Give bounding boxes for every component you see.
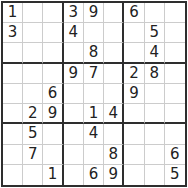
cell-r5c7[interactable]: 9 — [124, 84, 144, 104]
cell-r3c2[interactable] — [23, 43, 43, 63]
given-digit: 9 — [129, 86, 139, 101]
cell-r8c6[interactable]: 8 — [104, 145, 124, 165]
cell-r5c9[interactable] — [165, 84, 185, 104]
cell-r7c4[interactable] — [64, 124, 84, 144]
given-digit: 9 — [89, 5, 99, 20]
given-digit: 6 — [170, 147, 180, 162]
cell-r1c4[interactable]: 3 — [64, 3, 84, 23]
cell-r9c8[interactable] — [145, 165, 165, 185]
given-digit: 4 — [108, 106, 118, 121]
cell-r2c9[interactable] — [165, 23, 185, 43]
cell-r6c8[interactable] — [145, 104, 165, 124]
cell-r4c3[interactable] — [43, 64, 63, 84]
cell-r4c9[interactable] — [165, 64, 185, 84]
cell-r4c8[interactable]: 8 — [145, 64, 165, 84]
cell-r3c8[interactable]: 4 — [145, 43, 165, 63]
cell-r5c5[interactable] — [84, 84, 104, 104]
given-digit: 9 — [48, 106, 58, 121]
cell-r8c5[interactable] — [84, 145, 104, 165]
cell-r7c1[interactable] — [3, 124, 23, 144]
cell-r8c3[interactable] — [43, 145, 63, 165]
cell-r3c5[interactable]: 8 — [84, 43, 104, 63]
cell-r2c5[interactable] — [84, 23, 104, 43]
cell-r1c9[interactable] — [165, 3, 185, 23]
cell-r9c1[interactable] — [3, 165, 23, 185]
given-digit: 4 — [89, 126, 99, 141]
cell-r7c9[interactable] — [165, 124, 185, 144]
given-digit: 5 — [149, 25, 159, 40]
cell-r5c3[interactable]: 6 — [43, 84, 63, 104]
cell-r4c5[interactable]: 7 — [84, 64, 104, 84]
cell-r1c1[interactable]: 1 — [3, 3, 23, 23]
cell-r9c9[interactable]: 5 — [165, 165, 185, 185]
cell-r7c2[interactable]: 5 — [23, 124, 43, 144]
cell-r8c2[interactable]: 7 — [23, 145, 43, 165]
cell-r3c7[interactable] — [124, 43, 144, 63]
cell-r9c7[interactable] — [124, 165, 144, 185]
cell-r5c4[interactable] — [64, 84, 84, 104]
given-digit: 4 — [149, 45, 159, 60]
given-digit: 8 — [89, 45, 99, 60]
cell-r5c8[interactable] — [145, 84, 165, 104]
cell-r2c8[interactable]: 5 — [145, 23, 165, 43]
cell-r6c3[interactable]: 9 — [43, 104, 63, 124]
cell-r3c4[interactable] — [64, 43, 84, 63]
given-digit: 1 — [8, 5, 18, 20]
cell-r9c5[interactable]: 6 — [84, 165, 104, 185]
cell-r2c4[interactable]: 4 — [64, 23, 84, 43]
given-digit: 6 — [89, 167, 99, 182]
cell-r6c6[interactable]: 4 — [104, 104, 124, 124]
given-digit: 7 — [28, 147, 38, 162]
given-digit: 8 — [108, 147, 118, 162]
cell-r2c3[interactable] — [43, 23, 63, 43]
given-digit: 4 — [68, 25, 78, 40]
cell-r1c7[interactable]: 6 — [124, 3, 144, 23]
cell-r4c2[interactable] — [23, 64, 43, 84]
cell-r5c2[interactable] — [23, 84, 43, 104]
cell-r1c3[interactable] — [43, 3, 63, 23]
cell-r1c2[interactable] — [23, 3, 43, 23]
cell-r2c2[interactable] — [23, 23, 43, 43]
cell-r7c6[interactable] — [104, 124, 124, 144]
sudoku-board: 1396345849728692914547861695 — [1, 1, 187, 187]
cell-r5c6[interactable] — [104, 84, 124, 104]
cell-r9c3[interactable]: 1 — [43, 165, 63, 185]
cell-r6c7[interactable] — [124, 104, 144, 124]
cell-r3c6[interactable] — [104, 43, 124, 63]
cell-r8c7[interactable] — [124, 145, 144, 165]
given-digit: 8 — [149, 66, 159, 81]
given-digit: 7 — [89, 66, 99, 81]
cell-r2c1[interactable]: 3 — [3, 23, 23, 43]
given-digit: 3 — [8, 25, 18, 40]
cell-r4c1[interactable] — [3, 64, 23, 84]
cell-r7c3[interactable] — [43, 124, 63, 144]
cell-r6c5[interactable]: 1 — [84, 104, 104, 124]
cell-r9c6[interactable]: 9 — [104, 165, 124, 185]
cell-r9c2[interactable] — [23, 165, 43, 185]
given-digit: 5 — [28, 126, 38, 141]
cell-r6c4[interactable] — [64, 104, 84, 124]
given-digit: 2 — [129, 66, 139, 81]
given-digit: 6 — [48, 86, 58, 101]
cell-r8c1[interactable] — [3, 145, 23, 165]
cell-r3c1[interactable] — [3, 43, 23, 63]
cell-r8c8[interactable] — [145, 145, 165, 165]
cell-r7c8[interactable] — [145, 124, 165, 144]
given-digit: 3 — [68, 5, 78, 20]
given-digit: 9 — [108, 167, 118, 182]
cell-r6c9[interactable] — [165, 104, 185, 124]
cell-r9c4[interactable] — [64, 165, 84, 185]
given-digit: 2 — [28, 106, 38, 121]
cell-r8c4[interactable] — [64, 145, 84, 165]
given-digit: 9 — [68, 66, 78, 81]
given-digit: 1 — [48, 167, 58, 182]
cell-r4c7[interactable]: 2 — [124, 64, 144, 84]
cell-r7c7[interactable] — [124, 124, 144, 144]
given-digit: 5 — [170, 167, 180, 182]
cell-r6c1[interactable] — [3, 104, 23, 124]
cell-r7c5[interactable]: 4 — [84, 124, 104, 144]
cell-r4c6[interactable] — [104, 64, 124, 84]
cell-r3c3[interactable] — [43, 43, 63, 63]
sudoku-board-wrapper: 1396345849728692914547861695 — [0, 0, 188, 188]
cell-r1c5[interactable]: 9 — [84, 3, 104, 23]
cell-r8c9[interactable]: 6 — [165, 145, 185, 165]
given-digit: 1 — [89, 106, 99, 121]
cell-r1c8[interactable] — [145, 3, 165, 23]
cell-r2c7[interactable] — [124, 23, 144, 43]
cell-r6c2[interactable]: 2 — [23, 104, 43, 124]
cell-r4c4[interactable]: 9 — [64, 64, 84, 84]
cell-r1c6[interactable] — [104, 3, 124, 23]
cell-r5c1[interactable] — [3, 84, 23, 104]
given-digit: 6 — [129, 5, 139, 20]
cell-r2c6[interactable] — [104, 23, 124, 43]
cell-r3c9[interactable] — [165, 43, 185, 63]
